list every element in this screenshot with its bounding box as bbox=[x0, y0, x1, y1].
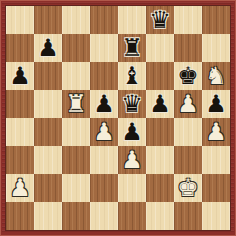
square-h6[interactable]: ♞ bbox=[202, 62, 230, 90]
white-pawn-piece: ♟ bbox=[93, 120, 115, 144]
square-a8[interactable] bbox=[6, 6, 34, 34]
square-b4[interactable] bbox=[34, 118, 62, 146]
chess-board: ♛♟♜♟♝♚♞♜♟♛♟♟♟♟♟♟♟♟♚ bbox=[5, 5, 231, 231]
square-e4[interactable]: ♟ bbox=[118, 118, 146, 146]
square-f5[interactable]: ♟ bbox=[146, 90, 174, 118]
white-king-piece: ♚ bbox=[177, 176, 199, 200]
square-e2[interactable] bbox=[118, 174, 146, 202]
square-c3[interactable] bbox=[62, 146, 90, 174]
white-pawn-piece: ♟ bbox=[9, 176, 31, 200]
black-pawn-piece: ♟ bbox=[205, 92, 227, 116]
square-d7[interactable] bbox=[90, 34, 118, 62]
square-b6[interactable] bbox=[34, 62, 62, 90]
square-a5[interactable] bbox=[6, 90, 34, 118]
square-c4[interactable] bbox=[62, 118, 90, 146]
square-f2[interactable] bbox=[146, 174, 174, 202]
square-f3[interactable] bbox=[146, 146, 174, 174]
square-d2[interactable] bbox=[90, 174, 118, 202]
square-c1[interactable] bbox=[62, 202, 90, 230]
square-b1[interactable] bbox=[34, 202, 62, 230]
square-g6[interactable]: ♚ bbox=[174, 62, 202, 90]
square-a3[interactable] bbox=[6, 146, 34, 174]
square-h8[interactable] bbox=[202, 6, 230, 34]
white-knight-piece: ♞ bbox=[205, 64, 227, 88]
black-queen-piece: ♛ bbox=[121, 92, 143, 116]
black-pawn-piece: ♟ bbox=[149, 92, 171, 116]
square-a4[interactable] bbox=[6, 118, 34, 146]
square-b3[interactable] bbox=[34, 146, 62, 174]
square-a1[interactable] bbox=[6, 202, 34, 230]
square-g3[interactable] bbox=[174, 146, 202, 174]
square-f4[interactable] bbox=[146, 118, 174, 146]
square-h1[interactable] bbox=[202, 202, 230, 230]
white-rook-piece: ♜ bbox=[65, 92, 87, 116]
square-a7[interactable] bbox=[6, 34, 34, 62]
square-b7[interactable]: ♟ bbox=[34, 34, 62, 62]
white-pawn-piece: ♟ bbox=[177, 92, 199, 116]
square-a6[interactable]: ♟ bbox=[6, 62, 34, 90]
square-e7[interactable]: ♜ bbox=[118, 34, 146, 62]
square-g4[interactable] bbox=[174, 118, 202, 146]
square-g8[interactable] bbox=[174, 6, 202, 34]
black-king-piece: ♚ bbox=[177, 64, 199, 88]
board-frame: ♛♟♜♟♝♚♞♜♟♛♟♟♟♟♟♟♟♟♚ bbox=[0, 0, 236, 236]
square-f6[interactable] bbox=[146, 62, 174, 90]
square-e6[interactable]: ♝ bbox=[118, 62, 146, 90]
square-h5[interactable]: ♟ bbox=[202, 90, 230, 118]
black-bishop-piece: ♝ bbox=[121, 64, 143, 88]
square-b8[interactable] bbox=[34, 6, 62, 34]
black-queen-piece: ♛ bbox=[149, 8, 171, 32]
square-h4[interactable]: ♟ bbox=[202, 118, 230, 146]
black-pawn-piece: ♟ bbox=[37, 36, 59, 60]
square-e1[interactable] bbox=[118, 202, 146, 230]
square-h7[interactable] bbox=[202, 34, 230, 62]
square-e5[interactable]: ♛ bbox=[118, 90, 146, 118]
square-d8[interactable] bbox=[90, 6, 118, 34]
square-c6[interactable] bbox=[62, 62, 90, 90]
square-c8[interactable] bbox=[62, 6, 90, 34]
square-b5[interactable] bbox=[34, 90, 62, 118]
square-d4[interactable]: ♟ bbox=[90, 118, 118, 146]
white-pawn-piece: ♟ bbox=[205, 120, 227, 144]
square-a2[interactable]: ♟ bbox=[6, 174, 34, 202]
square-c7[interactable] bbox=[62, 34, 90, 62]
black-pawn-piece: ♟ bbox=[9, 64, 31, 88]
square-g5[interactable]: ♟ bbox=[174, 90, 202, 118]
square-c2[interactable] bbox=[62, 174, 90, 202]
square-d1[interactable] bbox=[90, 202, 118, 230]
square-g2[interactable]: ♚ bbox=[174, 174, 202, 202]
square-e8[interactable] bbox=[118, 6, 146, 34]
square-c5[interactable]: ♜ bbox=[62, 90, 90, 118]
black-rook-piece: ♜ bbox=[121, 36, 143, 60]
square-f7[interactable] bbox=[146, 34, 174, 62]
black-pawn-piece: ♟ bbox=[121, 120, 143, 144]
square-f8[interactable]: ♛ bbox=[146, 6, 174, 34]
square-h2[interactable] bbox=[202, 174, 230, 202]
square-f1[interactable] bbox=[146, 202, 174, 230]
square-d6[interactable] bbox=[90, 62, 118, 90]
square-g1[interactable] bbox=[174, 202, 202, 230]
square-d3[interactable] bbox=[90, 146, 118, 174]
white-pawn-piece: ♟ bbox=[121, 148, 143, 172]
square-h3[interactable] bbox=[202, 146, 230, 174]
square-d5[interactable]: ♟ bbox=[90, 90, 118, 118]
black-pawn-piece: ♟ bbox=[93, 92, 115, 116]
square-e3[interactable]: ♟ bbox=[118, 146, 146, 174]
square-g7[interactable] bbox=[174, 34, 202, 62]
square-b2[interactable] bbox=[34, 174, 62, 202]
